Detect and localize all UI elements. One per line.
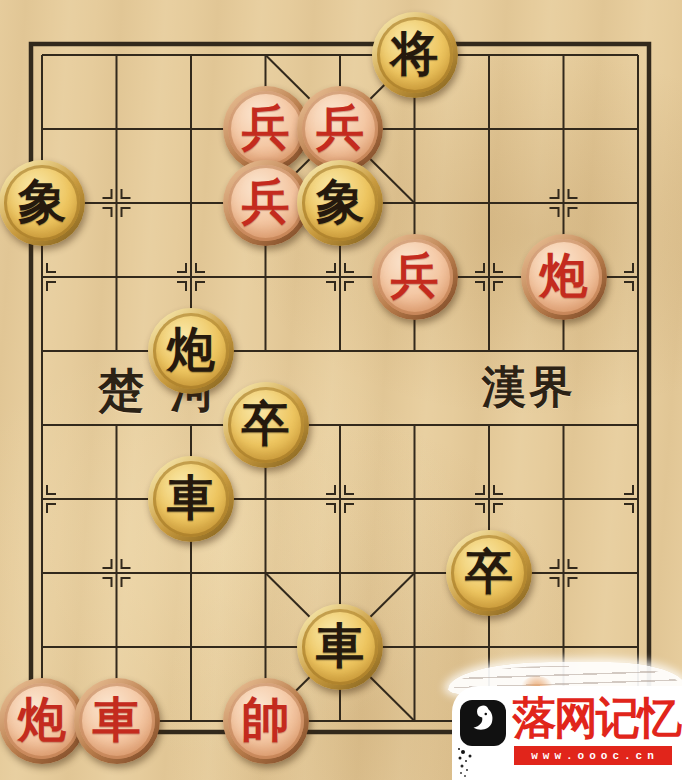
piece-red-車[interactable]: 車	[74, 678, 160, 764]
watermark-panel: 落网记忆 www.oooc.cn	[452, 686, 682, 780]
piece-black-車[interactable]: 車	[148, 456, 234, 542]
piece-glyph: 車	[93, 696, 141, 744]
piece-face: 卒	[451, 535, 527, 611]
piece-glyph: 兵	[242, 178, 290, 226]
watermark-url: www.oooc.cn	[531, 750, 659, 762]
piece-glyph: 兵	[316, 104, 364, 152]
piece-glyph: 車	[316, 622, 364, 670]
piece-red-兵[interactable]: 兵	[223, 160, 309, 246]
piece-red-帥[interactable]: 帥	[223, 678, 309, 764]
piece-glyph: 将	[391, 30, 439, 78]
piece-face: 炮	[153, 313, 229, 389]
piece-glyph: 炮	[540, 252, 588, 300]
piece-face: 車	[79, 683, 155, 759]
watermark-ink-spray	[458, 748, 460, 750]
piece-glyph: 象	[316, 178, 364, 226]
piece-black-象[interactable]: 象	[0, 160, 85, 246]
piece-face: 車	[153, 461, 229, 537]
piece-black-車[interactable]: 車	[297, 604, 383, 690]
piece-face: 兵	[302, 91, 378, 167]
piece-glyph: 兵	[391, 252, 439, 300]
piece-face: 帥	[228, 683, 304, 759]
watermark-title: 落网记忆	[512, 692, 680, 744]
piece-glyph: 象	[18, 178, 66, 226]
river-label-right: 漢界	[482, 358, 576, 417]
piece-black-象[interactable]: 象	[297, 160, 383, 246]
watermark-url-bar: www.oooc.cn	[514, 746, 672, 765]
piece-black-卒[interactable]: 卒	[223, 382, 309, 468]
piece-black-炮[interactable]: 炮	[148, 308, 234, 394]
piece-glyph: 兵	[242, 104, 290, 152]
piece-glyph: 帥	[242, 696, 290, 744]
piece-black-将[interactable]: 将	[372, 12, 458, 98]
piece-red-炮[interactable]: 炮	[521, 234, 607, 320]
piece-red-兵[interactable]: 兵	[372, 234, 458, 320]
piece-glyph: 炮	[167, 326, 215, 374]
piece-face: 象	[302, 165, 378, 241]
watermark: 落网记忆 www.oooc.cn	[452, 680, 682, 780]
piece-red-炮[interactable]: 炮	[0, 678, 85, 764]
piece-black-卒[interactable]: 卒	[446, 530, 532, 616]
piece-glyph: 車	[167, 474, 215, 522]
piece-face: 兵	[228, 165, 304, 241]
piece-face: 車	[302, 609, 378, 685]
watermark-logo	[460, 700, 506, 746]
swan-icon	[464, 704, 502, 742]
piece-glyph: 卒	[465, 548, 513, 596]
piece-glyph: 炮	[18, 696, 66, 744]
piece-face: 卒	[228, 387, 304, 463]
piece-face: 将	[377, 17, 453, 93]
piece-face: 象	[4, 165, 80, 241]
piece-face: 兵	[377, 239, 453, 315]
piece-glyph: 卒	[242, 400, 290, 448]
xiangqi-app: 楚河 漢界 将兵兵象兵象兵炮炮卒車卒車炮車帥 落网记忆 www.oooc.cn	[0, 0, 682, 780]
piece-face: 炮	[526, 239, 602, 315]
piece-face: 炮	[4, 683, 80, 759]
piece-face: 兵	[228, 91, 304, 167]
